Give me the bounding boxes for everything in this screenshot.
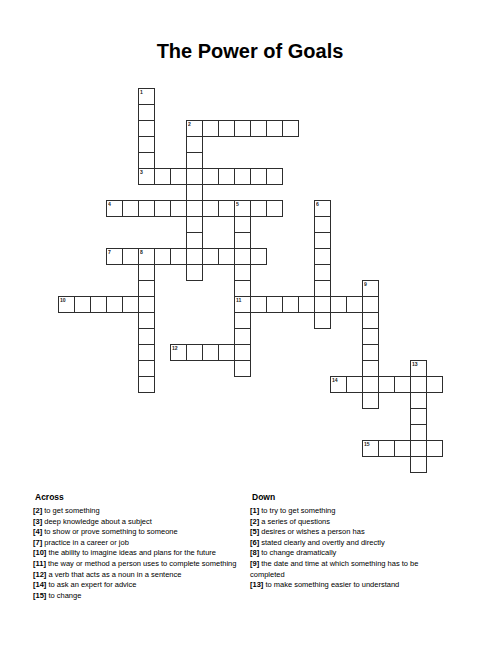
grid-cell-r5c10[interactable] (218, 168, 235, 185)
grid-cell-r2c5[interactable] (138, 120, 155, 137)
grid-cell-r13c12[interactable] (250, 296, 267, 313)
grid-cell-r15c11[interactable] (234, 328, 251, 345)
grid-cell-r18c23[interactable] (426, 376, 443, 393)
grid-cell-r2c9[interactable] (202, 120, 219, 137)
grid-cell-r14c5[interactable] (138, 312, 155, 329)
cell-number-6: 6 (316, 202, 319, 207)
grid-cell-r7c13[interactable] (266, 200, 283, 217)
clue-number: [13] (250, 580, 263, 589)
clue-number: [2] (250, 517, 259, 526)
grid-cell-r17c5[interactable] (138, 360, 155, 377)
grid-cell-r19c22[interactable] (410, 392, 427, 409)
clue-number: [9] (250, 559, 259, 568)
grid-cell-r14c19[interactable] (362, 312, 379, 329)
grid-cell-r16c9[interactable] (202, 344, 219, 361)
grid-cell-r0c5[interactable]: 1 (138, 88, 155, 105)
clue-text: the ability to imagine ideas and plans f… (46, 548, 216, 557)
grid-cell-r7c12[interactable] (250, 200, 267, 217)
clue-down-5: [5] desires or wishes a person has (250, 527, 455, 538)
clue-number: [4] (33, 527, 42, 536)
clue-text: deep knowledge about a subject (42, 517, 152, 526)
grid-cell-r22c20[interactable] (378, 440, 395, 457)
grid-cell-r11c5[interactable] (138, 264, 155, 281)
grid-cell-r18c22[interactable] (410, 376, 427, 393)
grid-cell-r16c19[interactable] (362, 344, 379, 361)
clue-number: [15] (33, 591, 46, 600)
grid-cell-r17c11[interactable] (234, 360, 251, 377)
cell-number-10: 10 (60, 298, 66, 303)
cell-number-8: 8 (140, 250, 143, 255)
clue-text: the way or method a person uses to compl… (46, 559, 237, 568)
grid-cell-r3c8[interactable] (186, 136, 203, 153)
clue-down-9: [9] the date and time at which something… (250, 559, 455, 580)
clue-across-15: [15] to change (33, 591, 247, 602)
grid-cell-r16c8[interactable] (186, 344, 203, 361)
grid-cell-r11c11[interactable] (234, 264, 251, 281)
grid-cell-r11c8[interactable] (186, 264, 203, 281)
clue-text: a series of questions (259, 517, 330, 526)
grid-cell-r20c22[interactable] (410, 408, 427, 425)
grid-cell-r5c13[interactable] (266, 168, 283, 185)
grid-cell-r5c6[interactable] (154, 168, 171, 185)
grid-cell-r13c14[interactable] (282, 296, 299, 313)
clue-number: [6] (250, 538, 259, 547)
clue-number: [3] (33, 517, 42, 526)
cell-number-15: 15 (364, 442, 370, 447)
across-clue-list: [2] to get something[3] deep knowledge a… (33, 506, 247, 601)
cell-number-9: 9 (364, 282, 367, 287)
grid-cell-r13c4[interactable] (122, 296, 139, 313)
grid-cell-r16c7[interactable]: 12 (170, 344, 187, 361)
puzzle-title: The Power of Goals (0, 40, 500, 62)
grid-cell-r2c10[interactable] (218, 120, 235, 137)
cell-number-5: 5 (236, 202, 239, 207)
cell-number-1: 1 (140, 90, 143, 95)
grid-cell-r7c9[interactable] (202, 200, 219, 217)
clue-text: the date and time at which something has… (250, 559, 418, 579)
cell-number-3: 3 (140, 170, 143, 175)
cell-number-13: 13 (412, 362, 418, 367)
grid-cell-r10c4[interactable] (122, 248, 139, 265)
grid-cell-r3c5[interactable] (138, 136, 155, 153)
grid-cell-r18c21[interactable] (394, 376, 411, 393)
grid-cell-r23c22[interactable] (410, 456, 427, 473)
cell-number-12: 12 (172, 346, 178, 351)
grid-cell-r4c5[interactable] (138, 152, 155, 169)
grid-cell-r5c5[interactable]: 3 (138, 168, 155, 185)
grid-cell-r12c19[interactable]: 9 (362, 280, 379, 297)
grid-cell-r7c3[interactable]: 4 (106, 200, 123, 217)
grid-cell-r10c9[interactable] (202, 248, 219, 265)
grid-cell-r21c22[interactable] (410, 424, 427, 441)
cell-number-11: 11 (236, 298, 241, 303)
down-clues-section: Down [1] to try to get something[2] a se… (250, 492, 455, 591)
grid-cell-r10c5[interactable]: 8 (138, 248, 155, 265)
grid-cell-r12c11[interactable] (234, 280, 251, 297)
grid-cell-r13c3[interactable] (106, 296, 123, 313)
grid-cell-r18c17[interactable]: 14 (330, 376, 347, 393)
grid-cell-r10c7[interactable] (170, 248, 187, 265)
grid-cell-r8c8[interactable] (186, 216, 203, 233)
clue-text: desires or wishes a person has (259, 527, 364, 536)
clue-text: to change dramatically (259, 548, 336, 557)
clue-down-8: [8] to change dramatically (250, 548, 455, 559)
across-heading: Across (35, 492, 247, 502)
clue-across-11: [11] the way or method a person uses to … (33, 559, 247, 570)
grid-cell-r16c5[interactable] (138, 344, 155, 361)
clue-text: to ask an expert for advice (46, 580, 136, 589)
clue-number: [2] (33, 506, 42, 515)
clue-number: [11] (33, 559, 46, 568)
grid-cell-r8c16[interactable] (314, 216, 331, 233)
clue-down-6: [6] stated clearly and overtly and direc… (250, 538, 455, 549)
grid-cell-r5c8[interactable] (186, 168, 203, 185)
grid-cell-r13c11[interactable]: 11 (234, 296, 251, 313)
grid-cell-r16c11[interactable] (234, 344, 251, 361)
clue-text: to make something easier to understand (263, 580, 399, 589)
clue-number: [1] (250, 506, 259, 515)
clue-number: [14] (33, 580, 46, 589)
cell-number-2: 2 (188, 122, 191, 127)
across-clues-section: Across [2] to get something[3] deep know… (33, 492, 247, 601)
cell-number-4: 4 (108, 202, 111, 207)
grid-cell-r13c2[interactable] (90, 296, 107, 313)
grid-cell-r10c11[interactable] (234, 248, 251, 265)
clue-number: [5] (250, 527, 259, 536)
grid-cell-r18c5[interactable] (138, 376, 155, 393)
grid-cell-r17c19[interactable] (362, 360, 379, 377)
clue-text: practice in a career or job (42, 538, 129, 547)
clue-text: to get something (42, 506, 100, 515)
grid-cell-r4c8[interactable] (186, 152, 203, 169)
grid-cell-r13c16[interactable] (314, 296, 331, 313)
down-heading: Down (252, 492, 455, 502)
crossword-page: { "game": "crossword", "title": "The Pow… (0, 0, 500, 647)
grid-cell-r13c15[interactable] (298, 296, 315, 313)
grid-cell-r5c12[interactable] (250, 168, 267, 185)
clue-across-4: [4] to show or prove something to someon… (33, 527, 247, 538)
grid-cell-r14c11[interactable] (234, 312, 251, 329)
grid-cell-r7c8[interactable] (186, 200, 203, 217)
grid-cell-r13c5[interactable] (138, 296, 155, 313)
grid-cell-r9c16[interactable] (314, 232, 331, 249)
clue-across-3: [3] deep knowledge about a subject (33, 517, 247, 528)
grid-cell-r18c18[interactable] (346, 376, 363, 393)
grid-cell-r5c9[interactable] (202, 168, 219, 185)
grid-cell-r10c12[interactable] (250, 248, 267, 265)
grid-cell-r17c22[interactable]: 13 (410, 360, 427, 377)
clue-across-14: [14] to ask an expert for advice (33, 580, 247, 591)
grid-cell-r8c11[interactable] (234, 216, 251, 233)
clue-text: to change (46, 591, 81, 600)
clue-across-10: [10] the ability to imagine ideas and pl… (33, 548, 247, 559)
grid-cell-r15c5[interactable] (138, 328, 155, 345)
grid-cell-r13c17[interactable] (330, 296, 347, 313)
clue-text: stated clearly and overtly and directly (259, 538, 384, 547)
clue-number: [12] (33, 570, 46, 579)
grid-cell-r16c10[interactable] (218, 344, 235, 361)
clue-down-1: [1] to try to get something (250, 506, 455, 517)
grid-cell-r10c16[interactable] (314, 248, 331, 265)
grid-cell-r2c8[interactable]: 2 (186, 120, 203, 137)
clue-down-13: [13] to make something easier to underst… (250, 580, 455, 591)
grid-cell-r13c18[interactable] (346, 296, 363, 313)
grid-cell-r10c8[interactable] (186, 248, 203, 265)
clue-number: [8] (250, 548, 259, 557)
grid-cell-r22c23[interactable] (426, 440, 443, 457)
grid-cell-r2c11[interactable] (234, 120, 251, 137)
grid-cell-r1c5[interactable] (138, 104, 155, 121)
grid-cell-r7c6[interactable] (154, 200, 171, 217)
clue-down-2: [2] a series of questions (250, 517, 455, 528)
down-clue-list: [1] to try to get something[2] a series … (250, 506, 455, 591)
crossword-grid: 123456789101112131415 (58, 88, 443, 473)
clue-across-12: [12] a verb that acts as a noun in a sen… (33, 570, 247, 581)
grid-cell-r10c3[interactable]: 7 (106, 248, 123, 265)
grid-cell-r7c5[interactable] (138, 200, 155, 217)
grid-cell-r12c16[interactable] (314, 280, 331, 297)
grid-cell-r7c7[interactable] (170, 200, 187, 217)
grid-cell-r11c16[interactable] (314, 264, 331, 281)
grid-cell-r22c21[interactable] (394, 440, 411, 457)
grid-cell-r9c11[interactable] (234, 232, 251, 249)
grid-cell-r2c13[interactable] (266, 120, 283, 137)
grid-cell-r13c19[interactable] (362, 296, 379, 313)
clue-across-7: [7] practice in a career or job (33, 538, 247, 549)
grid-cell-r13c0[interactable]: 10 (58, 296, 75, 313)
grid-cell-r7c4[interactable] (122, 200, 139, 217)
clue-text: to show or prove something to someone (42, 527, 178, 536)
grid-cell-r7c16[interactable]: 6 (314, 200, 331, 217)
grid-cell-r14c16[interactable] (314, 312, 331, 329)
grid-cell-r2c12[interactable] (250, 120, 267, 137)
cell-number-7: 7 (108, 250, 111, 255)
grid-cell-r12c5[interactable] (138, 280, 155, 297)
grid-cell-r18c20[interactable] (378, 376, 395, 393)
cell-number-14: 14 (332, 378, 338, 383)
clue-text: to try to get something (259, 506, 335, 515)
grid-cell-r7c10[interactable] (218, 200, 235, 217)
grid-cell-r13c1[interactable] (74, 296, 91, 313)
grid-cell-r13c13[interactable] (266, 296, 283, 313)
grid-cell-r22c22[interactable] (410, 440, 427, 457)
grid-cell-r10c10[interactable] (218, 248, 235, 265)
grid-cell-r18c19[interactable] (362, 376, 379, 393)
grid-cell-r6c8[interactable] (186, 184, 203, 201)
grid-cell-r5c7[interactable] (170, 168, 187, 185)
grid-cell-r2c14[interactable] (282, 120, 299, 137)
grid-cell-r9c8[interactable] (186, 232, 203, 249)
grid-cell-r22c19[interactable]: 15 (362, 440, 379, 457)
clue-text: a verb that acts as a noun in a sentence (46, 570, 181, 579)
clue-across-2: [2] to get something (33, 506, 247, 517)
grid-cell-r10c6[interactable] (154, 248, 171, 265)
clue-number: [7] (33, 538, 42, 547)
clue-number: [10] (33, 548, 46, 557)
grid-cell-r7c11[interactable]: 5 (234, 200, 251, 217)
grid-cell-r15c19[interactable] (362, 328, 379, 345)
grid-cell-r19c19[interactable] (362, 392, 379, 409)
grid-cell-r5c11[interactable] (234, 168, 251, 185)
